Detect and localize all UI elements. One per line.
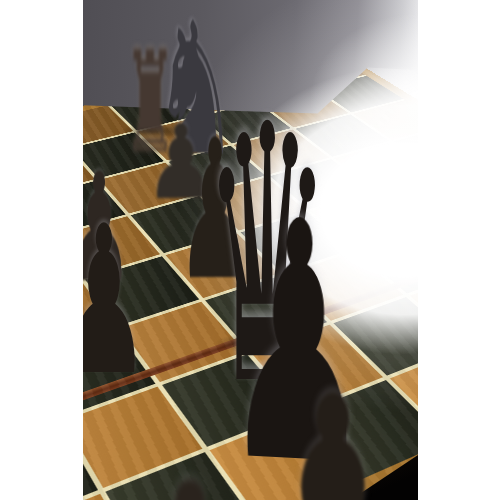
matte-right: [418, 0, 500, 500]
black-pawn-foreground-right: ♟: [241, 354, 418, 500]
matte-left: [0, 0, 83, 500]
photo-stage: ♜ ♞ ♟ ♟ ♟ ♟ ♛ ♟ ♟ ♟: [0, 0, 500, 500]
black-pawn-left-front: ♟: [83, 199, 150, 404]
chessboard-photo: ♜ ♞ ♟ ♟ ♟ ♟ ♛ ♟ ♟ ♟: [83, 0, 418, 500]
